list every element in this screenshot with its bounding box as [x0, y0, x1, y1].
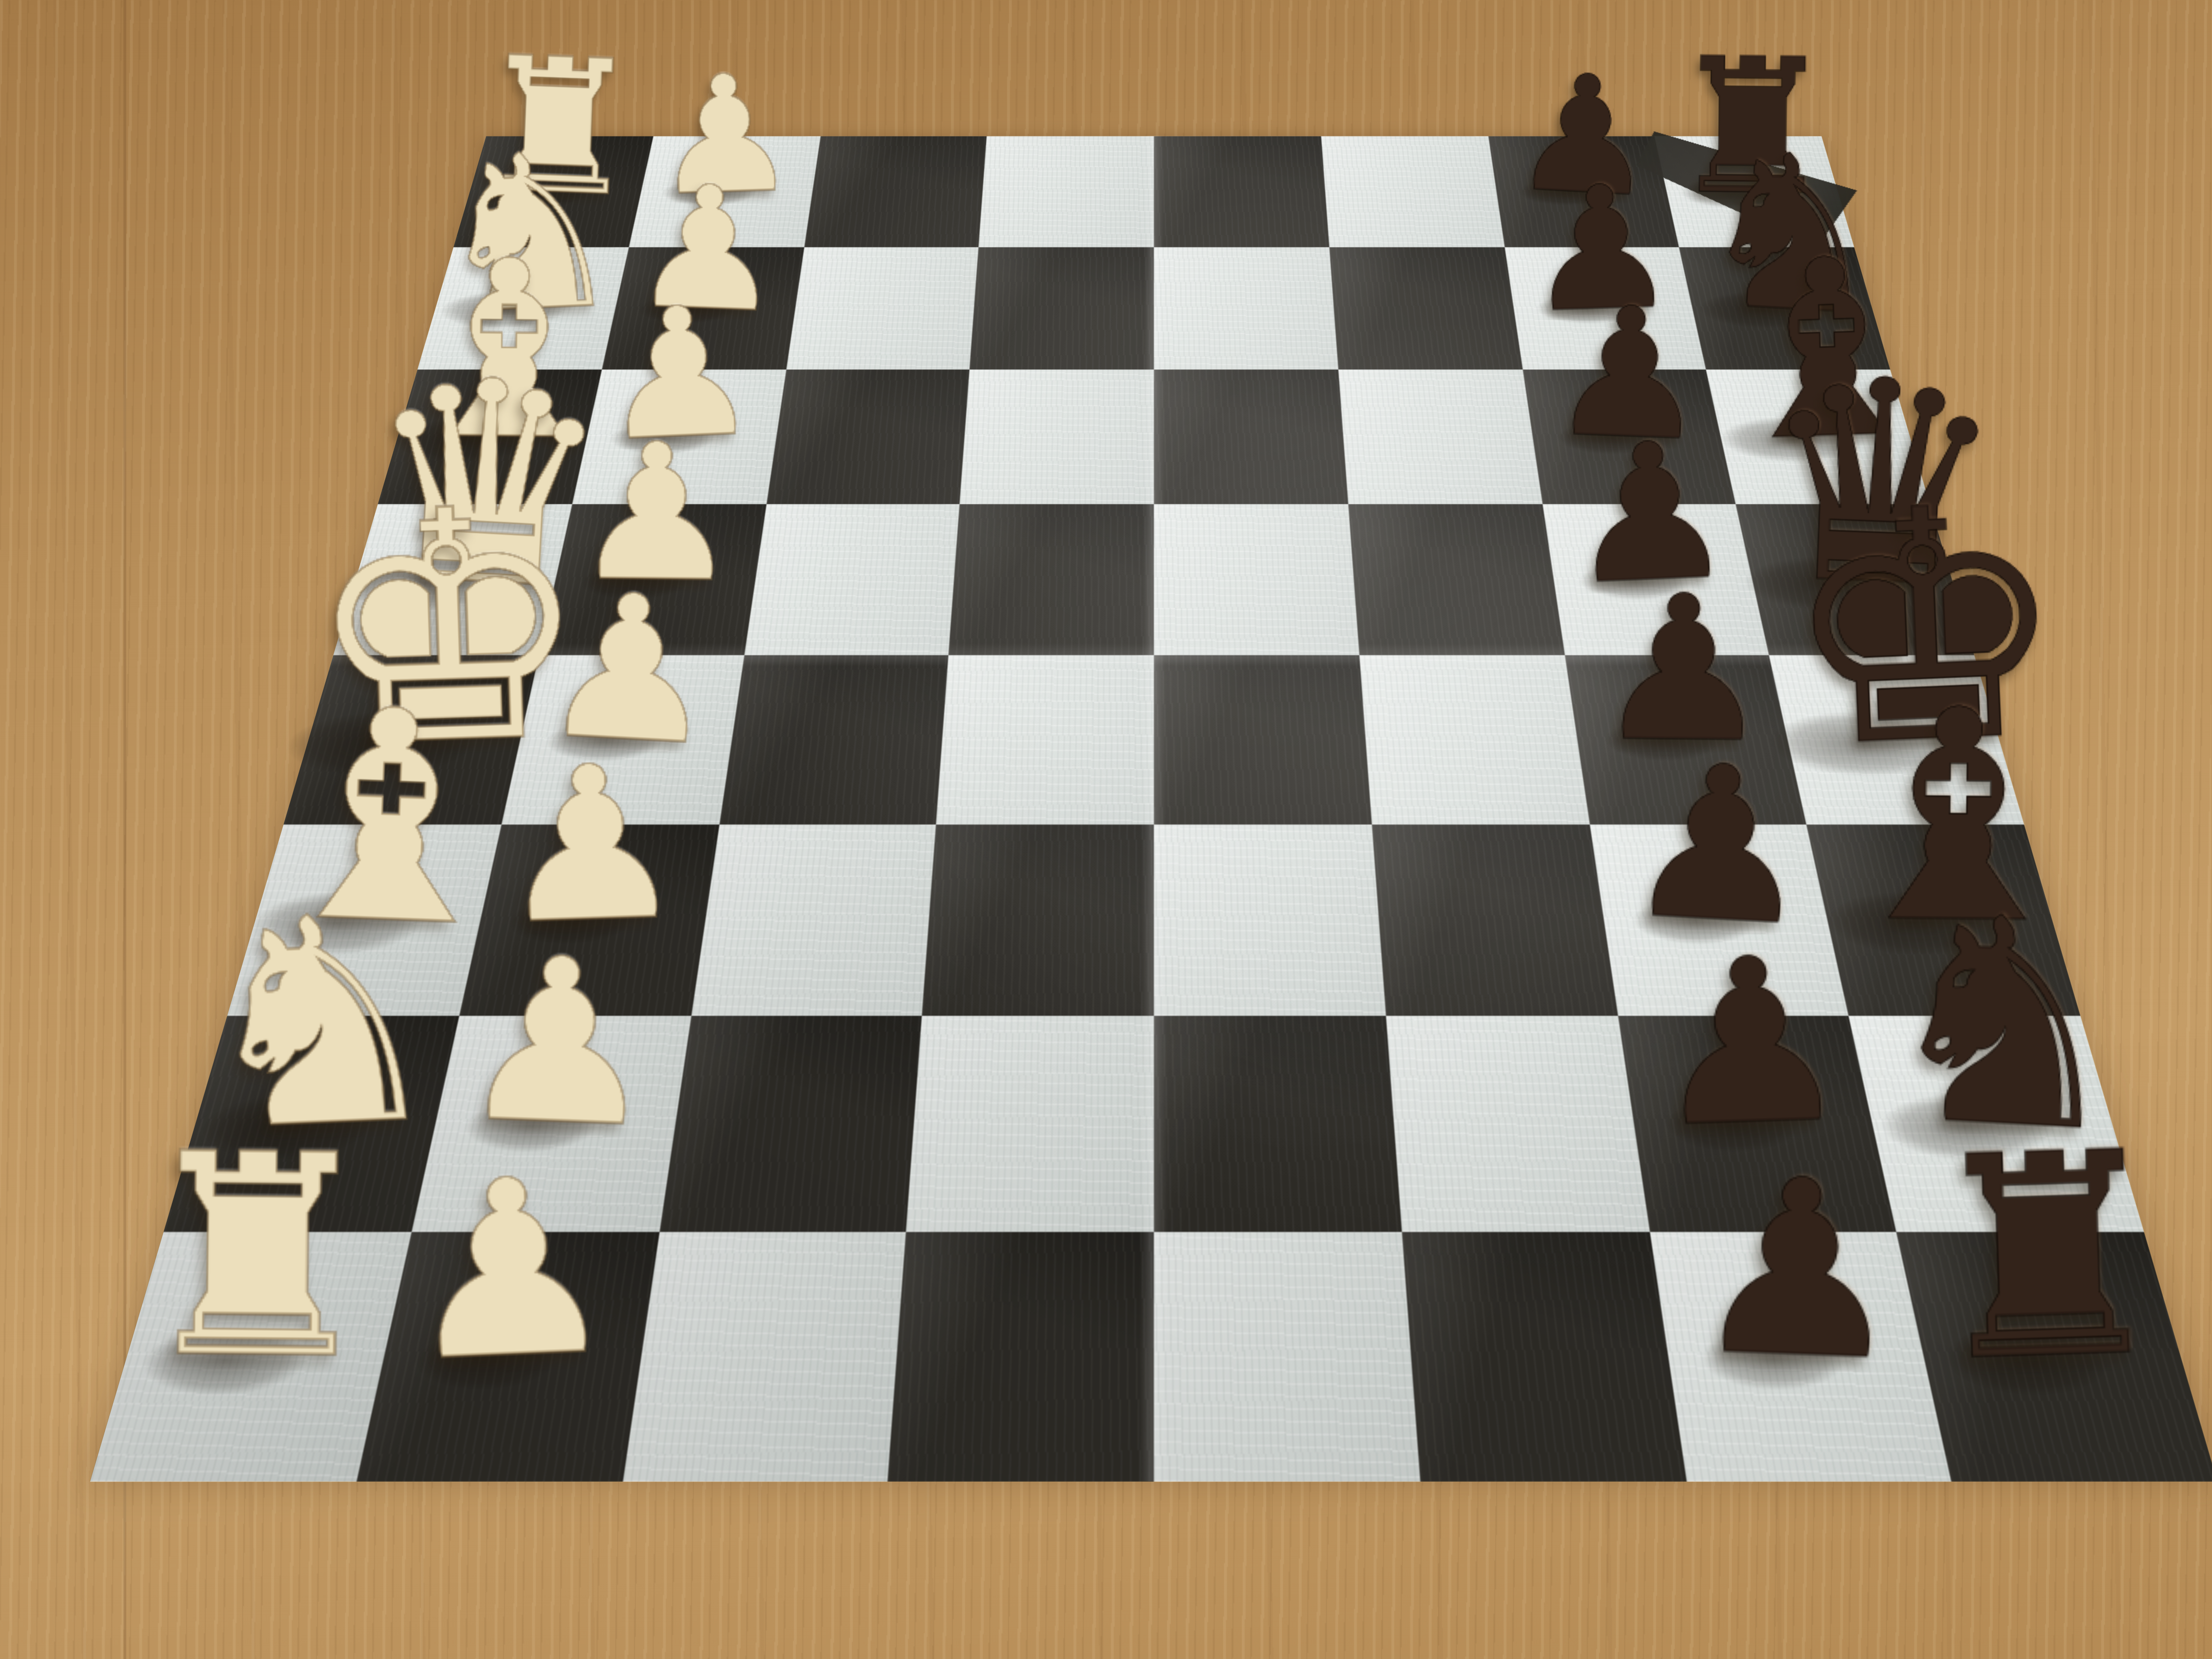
square-b3[interactable] — [786, 247, 979, 369]
square-c7[interactable] — [1522, 369, 1736, 505]
photo-canvas: ♜♟♟♜♞♟♟♞♝♟♟♝♛♟♟♛♚♟♟♚♝♟♟♝♞♟♟♞♜♟♟♜ — [0, 0, 2212, 1659]
square-d6[interactable] — [1348, 504, 1564, 655]
chessboard: ♜♟♟♜♞♟♟♞♝♟♟♝♛♟♟♛♚♟♟♚♝♟♟♝♞♟♟♞♜♟♟♜ — [90, 136, 2212, 1482]
square-a3[interactable] — [804, 136, 987, 247]
square-c4[interactable] — [960, 369, 1154, 505]
square-b6[interactable] — [1329, 247, 1522, 369]
square-a8[interactable] — [1655, 136, 1855, 247]
square-a1[interactable] — [454, 136, 653, 247]
square-a6[interactable] — [1321, 136, 1505, 247]
square-b5[interactable] — [1154, 247, 1338, 369]
square-d3[interactable] — [744, 504, 960, 655]
square-b1[interactable] — [418, 247, 629, 369]
square-a2[interactable] — [628, 136, 820, 247]
square-b4[interactable] — [970, 247, 1154, 369]
square-b8[interactable] — [1679, 247, 1891, 369]
square-d4[interactable] — [949, 504, 1154, 655]
square-c2[interactable] — [572, 369, 786, 505]
square-c3[interactable] — [766, 369, 970, 505]
square-b7[interactable] — [1504, 247, 1706, 369]
square-c5[interactable] — [1154, 369, 1348, 505]
scene: ♜♟♟♜♞♟♟♞♝♟♟♝♛♟♟♛♚♟♟♚♝♟♟♝♞♟♟♞♜♟♟♜ — [0, 0, 2212, 1659]
square-b2[interactable] — [602, 247, 804, 369]
square-a7[interactable] — [1488, 136, 1679, 247]
square-a5[interactable] — [1154, 136, 1329, 247]
square-a4[interactable] — [979, 136, 1154, 247]
square-d5[interactable] — [1154, 504, 1359, 655]
square-c6[interactable] — [1338, 369, 1542, 505]
